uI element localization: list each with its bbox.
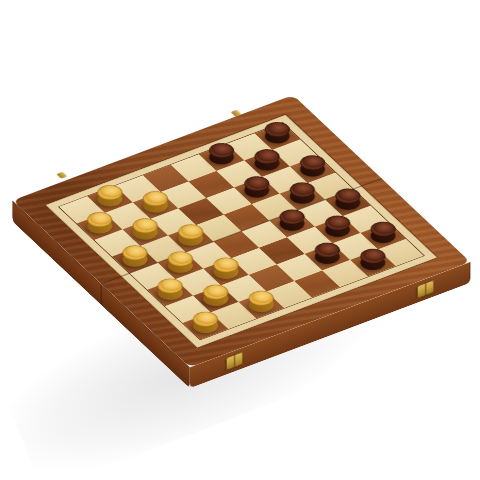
brass-hinge-icon: [226, 351, 243, 370]
brass-peg-icon: [56, 172, 67, 179]
brass-hinge-icon: [417, 280, 434, 299]
checker-dark-e6[interactable]: [275, 214, 309, 235]
scene: [0, 0, 480, 480]
checkers-board: [12, 95, 470, 367]
